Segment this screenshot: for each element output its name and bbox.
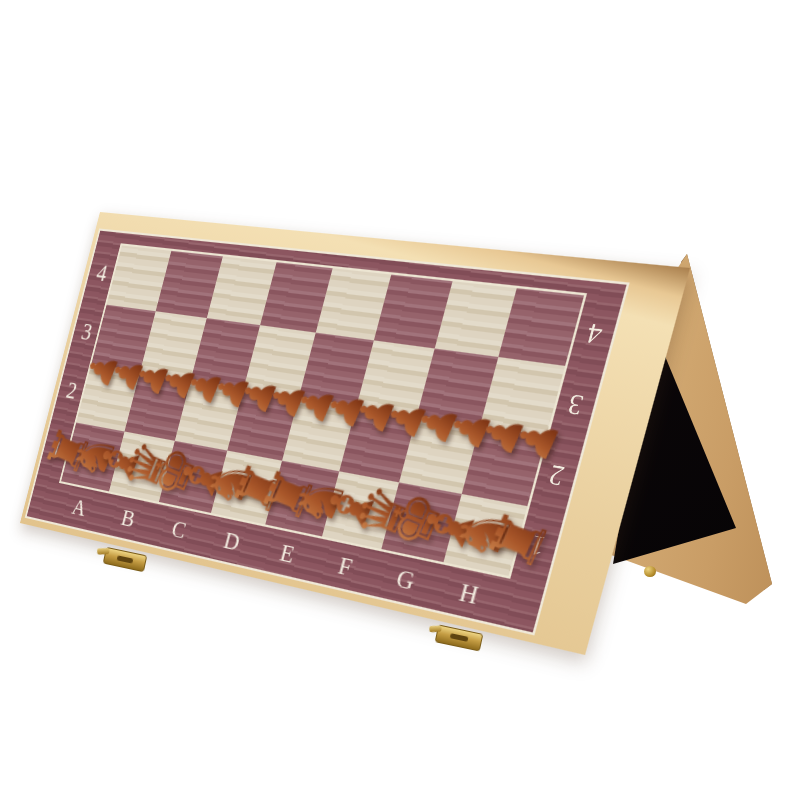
brass-hinge-knob — [644, 566, 656, 577]
printed-board-face: 4321 4321 ABCDEFGH ♟♟♟♟♟♟♟♟♟♟♟♟♟♟♟♟♜♞♝♛♚… — [25, 228, 630, 635]
product-photo-folding-chess-set: 4321 4321 ABCDEFGH ♟♟♟♟♟♟♟♟♟♟♟♟♟♟♟♟♜♞♝♛♚… — [0, 0, 800, 800]
front-board-panel: 4321 4321 ABCDEFGH ♟♟♟♟♟♟♟♟♟♟♟♟♟♟♟♟♜♞♝♛♚… — [20, 212, 690, 655]
stored-pieces-layer: ♟♟♟♟♟♟♟♟♟♟♟♟♟♟♟♟♜♞♝♛♚♝♞♜♜♞♝♛♚♝♞♜ — [26, 231, 632, 639]
